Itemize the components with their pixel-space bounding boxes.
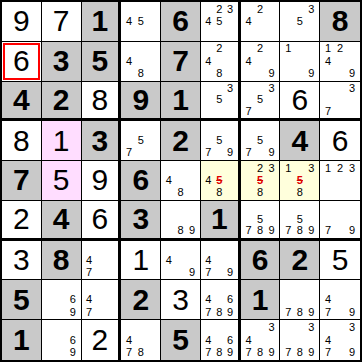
candidate-8: 8 <box>214 306 225 318</box>
candidate-5: 5 <box>214 15 225 27</box>
candidate-grid: 48 <box>123 43 158 80</box>
candidate-grid: 79 <box>322 202 358 237</box>
candidate-grid: 35 <box>282 3 317 40</box>
candidate-7: 7 <box>123 147 135 159</box>
cell-r1c8[interactable]: 35 <box>280 2 320 42</box>
candidate-5: 5 <box>214 135 225 147</box>
cell-r2c4[interactable]: 48 <box>121 42 161 82</box>
given-digit: 7 <box>13 165 30 195</box>
candidate-grid: 579 <box>243 122 278 159</box>
solved-digit: 9 <box>13 6 30 36</box>
candidate-4: 4 <box>203 15 214 27</box>
cell-r9c3[interactable]: 2 <box>82 320 122 360</box>
cell-r3c4[interactable]: 9 <box>121 82 161 122</box>
solved-digit: 5 <box>53 165 70 195</box>
candidate-9: 9 <box>266 225 278 237</box>
candidate-1: 1 <box>322 162 334 174</box>
cell-r1c3[interactable]: 1 <box>82 2 122 42</box>
given-digit: 2 <box>172 126 189 156</box>
candidate-4: 4 <box>203 55 214 67</box>
candidate-4: 4 <box>203 174 214 186</box>
candidate-1: 1 <box>282 162 294 174</box>
cell-r8c1[interactable]: 5 <box>2 280 42 320</box>
candidate-grid: 478 <box>123 321 158 359</box>
cell-r5c9[interactable]: 123 <box>320 161 360 201</box>
cell-r8c7[interactable]: 1 <box>241 280 281 320</box>
candidate-2: 2 <box>254 162 266 174</box>
candidate-grid: 19 <box>282 43 317 80</box>
given-digit: 6 <box>172 6 189 36</box>
candidate-grid: 579 <box>203 122 236 159</box>
candidate-8: 8 <box>175 187 187 199</box>
candidate-grid: 47 <box>84 242 117 279</box>
candidate-grid: 49 <box>163 242 198 279</box>
candidate-4: 4 <box>163 254 175 266</box>
given-digit: 4 <box>13 85 30 115</box>
cell-r6c9[interactable]: 79 <box>320 201 360 241</box>
candidate-4: 4 <box>243 15 255 27</box>
given-digit: 5 <box>13 285 30 315</box>
cell-r2c9[interactable]: 1249 <box>320 42 360 82</box>
candidate-grid: 249 <box>243 43 278 80</box>
candidate-4: 4 <box>322 294 334 306</box>
candidate-9: 9 <box>186 225 198 237</box>
cell-r4c5[interactable]: 2 <box>161 121 201 161</box>
cell-r8c8[interactable]: 789 <box>280 280 320 320</box>
candidate-6: 6 <box>225 294 236 306</box>
candidate-4: 4 <box>322 334 334 347</box>
candidate-4: 4 <box>163 174 175 186</box>
given-digit: 2 <box>291 245 308 275</box>
candidate-6: 6 <box>67 294 79 306</box>
candidate-grid: 89 <box>163 202 198 237</box>
candidate-7: 7 <box>84 266 95 278</box>
candidate-3: 3 <box>306 162 318 174</box>
cell-r4c3[interactable]: 3 <box>82 121 122 161</box>
candidate-5-eliminated: 5 <box>294 174 306 186</box>
candidate-7: 7 <box>243 346 255 359</box>
given-digit: 6 <box>252 245 269 275</box>
cell-r1c9[interactable]: 8 <box>320 2 360 42</box>
candidate-4: 4 <box>203 254 214 266</box>
candidate-9: 9 <box>306 346 318 359</box>
cell-r7c6[interactable]: 479 <box>201 241 241 281</box>
candidate-grid: 5789 <box>243 202 278 237</box>
cell-r3c1[interactable]: 4 <box>2 82 42 122</box>
candidate-4: 4 <box>123 55 135 67</box>
cell-r1c7[interactable]: 24 <box>241 2 281 42</box>
candidate-7: 7 <box>322 106 334 118</box>
candidate-5: 5 <box>214 94 225 106</box>
cell-r7c5[interactable]: 49 <box>161 241 201 281</box>
candidate-grid: 458 <box>203 162 236 199</box>
candidate-grid: 5789 <box>282 202 317 237</box>
given-digit: 5 <box>92 46 109 76</box>
candidate-grid: 45 <box>123 3 158 40</box>
candidate-8: 8 <box>135 346 147 359</box>
candidate-7: 7 <box>203 306 214 318</box>
candidate-4: 4 <box>203 294 214 306</box>
candidate-8: 8 <box>294 346 306 359</box>
solved-digit: 9 <box>92 165 109 195</box>
cell-r7c2[interactable]: 8 <box>42 241 82 281</box>
solved-digit: 5 <box>332 245 349 275</box>
candidate-7: 7 <box>243 106 255 118</box>
candidate-9: 9 <box>266 67 278 79</box>
candidate-3: 3 <box>225 83 236 95</box>
candidate-7: 7 <box>282 306 294 318</box>
cell-r5c4[interactable]: 6 <box>121 161 161 201</box>
candidate-9: 9 <box>225 147 236 159</box>
cell-r8c5[interactable]: 3 <box>161 280 201 320</box>
given-digit: 2 <box>132 285 149 315</box>
candidate-8: 8 <box>214 67 225 79</box>
cell-r4c4[interactable]: 57 <box>121 121 161 161</box>
candidate-grid: 123 <box>322 162 358 199</box>
candidate-3: 3 <box>306 321 318 334</box>
cell-r9c1[interactable]: 1 <box>2 320 42 360</box>
cell-r6c7[interactable]: 5789 <box>241 201 281 241</box>
given-digit: 3 <box>132 204 149 234</box>
candidate-5: 5 <box>135 135 147 147</box>
cell-r8c6[interactable]: 46789 <box>201 280 241 320</box>
cell-r7c8[interactable]: 2 <box>280 241 320 281</box>
cell-r1c4[interactable]: 45 <box>121 2 161 42</box>
candidate-5: 5 <box>254 213 266 225</box>
candidate-9: 9 <box>67 346 79 359</box>
candidate-7: 7 <box>282 225 294 237</box>
candidate-7: 7 <box>203 147 214 159</box>
candidate-9: 9 <box>306 306 318 318</box>
cell-r5c5[interactable]: 48 <box>161 161 201 201</box>
candidate-2: 2 <box>214 3 225 15</box>
candidate-5: 5 <box>294 15 306 27</box>
candidate-grid: 69 <box>44 281 79 318</box>
candidate-8: 8 <box>175 225 187 237</box>
cell-r1c6[interactable]: 2345 <box>201 2 241 42</box>
candidate-1: 1 <box>322 43 334 55</box>
cell-r6c4[interactable]: 3 <box>121 201 161 241</box>
solved-digit: 2 <box>13 204 30 234</box>
cell-r3c3[interactable]: 8 <box>82 82 122 122</box>
candidate-grid: 479 <box>322 281 358 318</box>
candidate-4: 4 <box>123 15 135 27</box>
given-digit: 4 <box>291 126 308 156</box>
candidate-3: 3 <box>346 83 358 95</box>
candidate-9: 9 <box>346 67 358 79</box>
candidate-grid: 24 <box>243 3 278 40</box>
cell-r6c2[interactable]: 4 <box>42 201 82 241</box>
candidate-2: 2 <box>254 43 266 55</box>
candidate-5-eliminated: 5 <box>214 174 225 186</box>
cell-r3c2[interactable]: 2 <box>42 82 82 122</box>
candidate-8: 8 <box>294 225 306 237</box>
cell-r5c7[interactable]: 2358 <box>241 161 281 201</box>
candidate-7: 7 <box>322 306 334 318</box>
cell-r9c9[interactable]: 3479 <box>320 320 360 360</box>
cell-r9c4[interactable]: 478 <box>121 320 161 360</box>
candidate-3: 3 <box>266 321 278 334</box>
candidate-3: 3 <box>266 162 278 174</box>
cell-r9c2[interactable]: 69 <box>42 320 82 360</box>
candidate-7: 7 <box>243 225 255 237</box>
given-digit: 1 <box>211 204 228 234</box>
cell-r7c1[interactable]: 3 <box>2 241 42 281</box>
candidate-7: 7 <box>243 147 255 159</box>
solved-digit: 6 <box>92 204 109 234</box>
candidate-4: 4 <box>84 294 95 306</box>
candidate-3: 3 <box>225 3 236 15</box>
candidate-9: 9 <box>225 306 236 318</box>
candidate-4: 4 <box>322 55 334 67</box>
given-digit: 4 <box>53 204 70 234</box>
candidate-grid: 3789 <box>282 321 317 359</box>
cell-r4c1[interactable]: 8 <box>2 121 42 161</box>
cell-r1c1[interactable]: 9 <box>2 2 42 42</box>
candidate-9: 9 <box>346 346 358 359</box>
cell-r9c6[interactable]: 46789 <box>201 320 241 360</box>
candidate-grid: 35 <box>203 83 236 118</box>
candidate-5: 5 <box>294 213 306 225</box>
candidate-7: 7 <box>203 266 214 278</box>
candidate-9: 9 <box>346 225 358 237</box>
candidate-grid: 357 <box>243 83 278 118</box>
given-digit: 1 <box>92 6 109 36</box>
candidate-8: 8 <box>214 187 225 199</box>
cell-r5c2[interactable]: 5 <box>42 161 82 201</box>
candidate-7: 7 <box>123 346 135 359</box>
cell-r2c2[interactable]: 3 <box>42 42 82 82</box>
cell-r3c8[interactable]: 6 <box>280 82 320 122</box>
cell-r3c6[interactable]: 35 <box>201 82 241 122</box>
cell-r8c3[interactable]: 47 <box>82 280 122 320</box>
given-digit: 3 <box>92 126 109 156</box>
solved-digit: 1 <box>132 245 149 275</box>
candidate-grid: 3479 <box>322 321 358 359</box>
candidate-2: 2 <box>214 43 225 55</box>
cell-r5c8[interactable]: 1358 <box>280 161 320 201</box>
cell-r4c2[interactable]: 1 <box>42 121 82 161</box>
candidate-9: 9 <box>266 346 278 359</box>
given-digit: 9 <box>132 85 149 115</box>
solved-digit: 6 <box>332 126 349 156</box>
solved-digit: 6 <box>291 85 308 115</box>
candidate-4: 4 <box>243 334 255 347</box>
candidate-9: 9 <box>266 147 278 159</box>
candidate-7: 7 <box>322 346 334 359</box>
candidate-grid: 2358 <box>243 162 278 199</box>
cell-r5c6[interactable]: 458 <box>201 161 241 201</box>
sudoku-board: 9714562345243586354872482491912494289135… <box>0 0 362 362</box>
candidate-7: 7 <box>282 346 294 359</box>
cell-r4c8[interactable]: 4 <box>280 121 320 161</box>
given-digit: 1 <box>13 325 30 355</box>
candidate-grid: 47 <box>84 281 117 318</box>
cell-r8c2[interactable]: 69 <box>42 280 82 320</box>
candidate-9: 9 <box>225 266 236 278</box>
candidate-grid: 789 <box>282 281 317 318</box>
candidate-9: 9 <box>306 67 318 79</box>
given-digit: 7 <box>172 46 189 76</box>
cell-r7c7[interactable]: 6 <box>241 241 281 281</box>
cell-r7c3[interactable]: 47 <box>82 241 122 281</box>
candidate-5-eliminated: 5 <box>254 174 266 186</box>
cell-r6c6[interactable]: 1 <box>201 201 241 241</box>
candidate-grid: 37 <box>322 83 358 118</box>
candidate-4: 4 <box>203 334 214 347</box>
cell-r9c7[interactable]: 34789 <box>241 320 281 360</box>
given-digit: 6 <box>132 165 149 195</box>
given-digit: 1 <box>252 285 269 315</box>
given-digit: 8 <box>332 6 349 36</box>
cell-r2c3[interactable]: 5 <box>82 42 122 82</box>
candidate-3: 3 <box>346 162 358 174</box>
candidate-8: 8 <box>254 346 266 359</box>
candidate-9: 9 <box>225 346 236 359</box>
candidate-grid: 479 <box>203 242 236 279</box>
cell-r6c8[interactable]: 5789 <box>280 201 320 241</box>
candidate-7: 7 <box>203 346 214 359</box>
candidate-4: 4 <box>243 55 255 67</box>
candidate-8: 8 <box>254 187 266 199</box>
cell-r3c9[interactable]: 37 <box>320 82 360 122</box>
candidate-4: 4 <box>84 254 95 266</box>
solved-digit: 3 <box>13 245 30 275</box>
cell-r3c5[interactable]: 1 <box>161 82 201 122</box>
cell-r6c3[interactable]: 6 <box>82 201 122 241</box>
candidate-8: 8 <box>254 225 266 237</box>
given-digit: 1 <box>172 85 189 115</box>
candidate-8: 8 <box>214 346 225 359</box>
cell-r8c9[interactable]: 479 <box>320 280 360 320</box>
solved-digit: 8 <box>13 126 30 156</box>
cell-r2c6[interactable]: 248 <box>201 42 241 82</box>
candidate-grid: 46789 <box>203 281 236 318</box>
cell-r4c9[interactable]: 6 <box>320 121 360 161</box>
cell-r5c1[interactable]: 7 <box>2 161 42 201</box>
candidate-grid: 69 <box>44 321 79 359</box>
given-digit: 3 <box>53 46 70 76</box>
cell-r8c4[interactable]: 2 <box>121 280 161 320</box>
solved-digit: 8 <box>92 85 109 115</box>
candidate-6: 6 <box>67 334 79 347</box>
cell-r2c5[interactable]: 7 <box>161 42 201 82</box>
candidate-9: 9 <box>67 306 79 318</box>
candidate-grid: 1358 <box>282 162 317 199</box>
candidate-5: 5 <box>254 135 266 147</box>
given-digit: 5 <box>172 325 189 355</box>
cell-r2c8[interactable]: 19 <box>280 42 320 82</box>
solved-digit: 2 <box>92 325 109 355</box>
candidate-9: 9 <box>186 266 198 278</box>
candidate-grid: 46789 <box>203 321 236 359</box>
solved-digit: 3 <box>172 285 189 315</box>
candidate-grid: 248 <box>203 43 236 80</box>
candidate-9: 9 <box>306 225 318 237</box>
solved-digit: 7 <box>53 6 70 36</box>
candidate-grid: 34789 <box>243 321 278 359</box>
cell-r6c5[interactable]: 89 <box>161 201 201 241</box>
given-digit: 2 <box>53 85 70 115</box>
candidate-5: 5 <box>135 15 147 27</box>
candidate-2: 2 <box>254 3 266 15</box>
candidate-3: 3 <box>266 83 278 95</box>
candidate-1: 1 <box>282 43 294 55</box>
cell-r9c5[interactable]: 5 <box>161 320 201 360</box>
cell-r6c1[interactable]: 2 <box>2 201 42 241</box>
cell-r9c8[interactable]: 3789 <box>280 320 320 360</box>
cell-r5c3[interactable]: 9 <box>82 161 122 201</box>
candidate-8: 8 <box>294 187 306 199</box>
candidate-grid: 2345 <box>203 3 236 40</box>
cell-r4c7[interactable]: 579 <box>241 121 281 161</box>
cell-r1c5[interactable]: 6 <box>161 2 201 42</box>
candidate-8: 8 <box>294 306 306 318</box>
candidate-7: 7 <box>84 306 95 318</box>
candidate-6: 6 <box>225 334 236 347</box>
candidate-2: 2 <box>334 162 346 174</box>
candidate-grid: 57 <box>123 122 158 159</box>
cell-r4c6[interactable]: 579 <box>201 121 241 161</box>
candidate-3: 3 <box>306 3 318 15</box>
candidate-4: 4 <box>123 334 135 347</box>
cell-r3c7[interactable]: 357 <box>241 82 281 122</box>
candidate-9: 9 <box>346 306 358 318</box>
solved-digit: 6 <box>13 46 30 76</box>
cell-r7c9[interactable]: 5 <box>320 241 360 281</box>
given-digit: 8 <box>53 245 70 275</box>
candidate-2: 2 <box>334 43 346 55</box>
candidate-7: 7 <box>322 225 334 237</box>
candidate-grid: 1249 <box>322 43 358 80</box>
cell-r7c4[interactable]: 1 <box>121 241 161 281</box>
candidate-grid: 48 <box>163 162 198 199</box>
cell-r2c7[interactable]: 249 <box>241 42 281 82</box>
candidate-5: 5 <box>254 94 266 106</box>
cell-r1c2[interactable]: 7 <box>42 2 82 42</box>
cell-r2c1[interactable]: 6 <box>2 42 42 82</box>
candidate-3: 3 <box>346 321 358 334</box>
solved-digit: 1 <box>53 126 70 156</box>
candidate-8: 8 <box>135 67 147 79</box>
